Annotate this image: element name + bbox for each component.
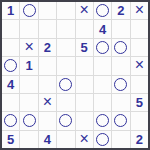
cell-r2c2[interactable] [20,20,37,37]
cell-r7c3[interactable] [39,112,56,129]
cell-r3c2[interactable]: × [20,39,37,56]
cross-icon: × [80,131,89,147]
cell-r5c8[interactable] [131,76,148,93]
circle-icon [96,4,109,17]
cell-r6c2[interactable] [20,94,37,111]
cell-r7c2[interactable] [20,112,37,129]
circle-icon [23,4,36,17]
circle-icon [4,114,17,127]
cell-r2c7[interactable] [112,20,129,37]
circle-icon [59,78,72,91]
cell-r7c5[interactable] [76,112,93,129]
cell-r2c8[interactable] [131,20,148,37]
given-number: 4 [99,23,106,36]
cell-r6c8[interactable]: 5 [131,94,148,111]
given-number: 1 [7,4,14,17]
cell-r7c7[interactable] [112,112,129,129]
circle-icon [59,114,72,127]
cell-r7c6[interactable] [94,112,111,129]
given-number: 1 [25,59,32,72]
cell-r1c2[interactable] [20,2,37,19]
cell-r8c2[interactable] [20,131,37,148]
cell-r4c8[interactable]: × [131,57,148,74]
cross-icon: × [135,57,144,73]
cell-r6c6[interactable] [94,94,111,111]
cell-r2c4[interactable] [57,20,74,37]
cell-r5c4[interactable] [57,76,74,93]
puzzle-board: 1×2×4×251×4×554×2 [0,0,150,150]
given-number: 5 [7,133,14,146]
cell-r4c5[interactable] [76,57,93,74]
given-number: 5 [136,96,143,109]
cell-r8c3[interactable]: 4 [39,131,56,148]
cell-r2c3[interactable] [39,20,56,37]
cell-r1c7[interactable]: 2 [112,2,129,19]
cell-r1c5[interactable]: × [76,2,93,19]
cell-r8c5[interactable]: × [76,131,93,148]
cell-r4c1[interactable] [2,57,19,74]
cell-r1c8[interactable]: × [131,2,148,19]
cell-r3c5[interactable]: 5 [76,39,93,56]
cell-r1c1[interactable]: 1 [2,2,19,19]
cell-r5c1[interactable]: 4 [2,76,19,93]
given-number: 2 [44,41,51,54]
cell-r3c4[interactable] [57,39,74,56]
cell-r1c4[interactable] [57,2,74,19]
cell-r3c7[interactable] [112,39,129,56]
circle-icon [96,114,109,127]
cross-icon: × [135,2,144,18]
cell-r3c6[interactable] [94,39,111,56]
given-number: 4 [7,78,14,91]
given-number: 2 [117,4,124,17]
cell-r6c5[interactable] [76,94,93,111]
cell-r7c8[interactable] [131,112,148,129]
cell-r3c1[interactable] [2,39,19,56]
cell-r6c7[interactable] [112,94,129,111]
given-number: 5 [81,41,88,54]
given-number: 2 [136,133,143,146]
cell-r3c3[interactable]: 2 [39,39,56,56]
cell-r2c1[interactable] [2,20,19,37]
cell-r4c6[interactable] [94,57,111,74]
cell-r5c6[interactable] [94,76,111,93]
cell-r8c6[interactable] [94,131,111,148]
cell-r7c4[interactable] [57,112,74,129]
cell-r8c8[interactable]: 2 [131,131,148,148]
cell-r5c3[interactable] [39,76,56,93]
circle-icon [114,41,127,54]
circle-icon [96,41,109,54]
circle-icon [114,78,127,91]
cross-icon: × [24,39,33,55]
circle-icon [114,114,127,127]
cross-icon: × [43,94,52,110]
cell-r4c7[interactable] [112,57,129,74]
cell-r4c4[interactable] [57,57,74,74]
cell-r4c2[interactable]: 1 [20,57,37,74]
cell-r2c6[interactable]: 4 [94,20,111,37]
cell-r4c3[interactable] [39,57,56,74]
cell-r1c3[interactable] [39,2,56,19]
cell-r6c4[interactable] [57,94,74,111]
cell-r7c1[interactable] [2,112,19,129]
cross-icon: × [80,2,89,18]
cell-r5c7[interactable] [112,76,129,93]
cell-r3c8[interactable] [131,39,148,56]
given-number: 4 [44,133,51,146]
cell-r5c2[interactable] [20,76,37,93]
circle-icon [23,114,36,127]
cell-r6c3[interactable]: × [39,94,56,111]
circle-icon [4,59,17,72]
cell-r8c4[interactable] [57,131,74,148]
cell-r1c6[interactable] [94,2,111,19]
cell-r8c7[interactable] [112,131,129,148]
cell-r2c5[interactable] [76,20,93,37]
cell-r8c1[interactable]: 5 [2,131,19,148]
cell-r6c1[interactable] [2,94,19,111]
circle-icon [96,133,109,146]
cell-r5c5[interactable] [76,76,93,93]
